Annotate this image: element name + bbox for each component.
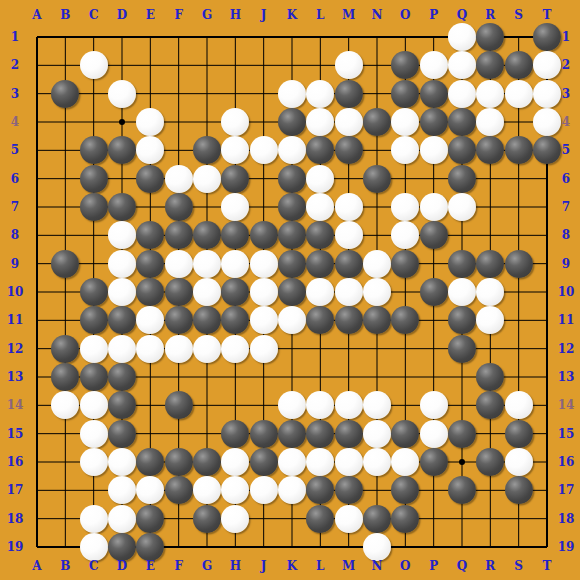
white-stone-M16 [335,448,363,476]
column-label-top-D: D [117,9,127,21]
black-stone-Q15 [448,420,476,448]
black-stone-F17 [165,476,193,504]
black-stone-E18 [136,505,164,533]
row-label-left-16: 16 [7,456,24,468]
row-label-right-17: 17 [558,484,575,496]
white-stone-J12 [250,335,278,363]
black-stone-D19 [108,533,136,561]
column-label-bottom-K: K [287,560,297,572]
white-stone-T4 [533,108,561,136]
column-label-bottom-D: D [117,560,127,572]
white-stone-S16 [505,448,533,476]
column-label-bottom-R: R [485,560,495,572]
black-stone-F7 [165,193,193,221]
black-stone-H15 [221,420,249,448]
black-stone-F10 [165,278,193,306]
white-stone-M14 [335,391,363,419]
row-label-right-13: 13 [558,371,575,383]
white-stone-M18 [335,505,363,533]
white-stone-Q3 [448,80,476,108]
black-stone-N6 [363,165,391,193]
row-label-left-19: 19 [7,541,24,553]
black-stone-L15 [306,420,334,448]
white-stone-M8 [335,221,363,249]
column-label-top-F: F [174,9,183,21]
white-stone-C15 [80,420,108,448]
row-label-left-11: 11 [7,314,24,326]
white-stone-J11 [250,306,278,334]
column-label-top-P: P [429,9,438,21]
column-label-bottom-F: F [174,560,183,572]
white-stone-C18 [80,505,108,533]
white-stone-N19 [363,533,391,561]
white-stone-P5 [420,136,448,164]
black-stone-P16 [420,448,448,476]
black-stone-M11 [335,306,363,334]
black-stone-S9 [505,250,533,278]
white-stone-R3 [476,80,504,108]
black-stone-O18 [391,505,419,533]
black-stone-F14 [165,391,193,419]
white-stone-Q1 [448,23,476,51]
row-label-right-5: 5 [562,144,570,156]
black-stone-N4 [363,108,391,136]
row-label-left-2: 2 [11,59,19,71]
row-label-left-12: 12 [7,343,24,355]
black-stone-L18 [306,505,334,533]
white-stone-P2 [420,51,448,79]
row-label-right-19: 19 [558,541,575,553]
white-stone-E12 [136,335,164,363]
black-stone-Q9 [448,250,476,278]
row-label-right-8: 8 [562,229,570,241]
row-label-right-7: 7 [562,201,570,213]
white-stone-Q10 [448,278,476,306]
black-stone-J16 [250,448,278,476]
white-stone-K3 [278,80,306,108]
row-label-left-15: 15 [7,428,24,440]
column-label-bottom-T: T [543,560,552,572]
white-stone-D9 [108,250,136,278]
white-stone-Q7 [448,193,476,221]
white-stone-C2 [80,51,108,79]
column-label-bottom-C: C [89,560,99,572]
black-stone-K15 [278,420,306,448]
white-stone-P15 [420,420,448,448]
white-stone-H12 [221,335,249,363]
black-stone-D7 [108,193,136,221]
white-stone-D10 [108,278,136,306]
white-stone-F9 [165,250,193,278]
black-stone-F8 [165,221,193,249]
black-stone-O15 [391,420,419,448]
white-stone-J17 [250,476,278,504]
row-label-left-7: 7 [11,201,19,213]
column-label-top-Q: Q [457,9,467,21]
column-label-top-O: O [400,9,410,21]
column-label-top-N: N [372,9,383,21]
black-stone-E6 [136,165,164,193]
column-label-bottom-M: M [342,560,355,572]
black-stone-G18 [193,505,221,533]
column-label-bottom-E: E [146,560,155,572]
column-label-top-T: T [543,9,552,21]
column-label-bottom-L: L [316,560,324,572]
row-label-left-1: 1 [11,31,19,43]
row-label-left-17: 17 [7,484,24,496]
go-board[interactable]: AABBCCDDEEFFGGHHJJKKLLMMNNOOPPQQRRSSTT11… [0,0,580,580]
column-label-bottom-G: G [202,560,212,572]
black-stone-R9 [476,250,504,278]
white-stone-H9 [221,250,249,278]
black-stone-J8 [250,221,278,249]
row-label-left-13: 13 [7,371,24,383]
row-label-right-14: 14 [558,399,575,411]
white-stone-L6 [306,165,334,193]
black-stone-L9 [306,250,334,278]
column-label-top-L: L [316,9,324,21]
row-label-right-6: 6 [562,173,570,185]
black-stone-C10 [80,278,108,306]
row-label-right-9: 9 [562,258,570,270]
white-stone-C16 [80,448,108,476]
star-point-Q16 [459,459,465,465]
column-label-bottom-J: J [261,560,267,572]
row-label-right-12: 12 [558,343,575,355]
white-stone-J9 [250,250,278,278]
row-label-right-1: 1 [562,31,570,43]
star-point-D4 [119,119,125,125]
black-stone-C6 [80,165,108,193]
black-stone-M17 [335,476,363,504]
row-label-left-10: 10 [7,286,24,298]
black-stone-P4 [420,108,448,136]
column-label-bottom-B: B [60,560,70,572]
white-stone-D16 [108,448,136,476]
column-label-bottom-H: H [230,560,241,572]
black-stone-O9 [391,250,419,278]
black-stone-K6 [278,165,306,193]
white-stone-F6 [165,165,193,193]
black-stone-M5 [335,136,363,164]
black-stone-S17 [505,476,533,504]
row-label-left-18: 18 [7,513,24,525]
black-stone-B9 [51,250,79,278]
black-stone-E9 [136,250,164,278]
white-stone-K16 [278,448,306,476]
black-stone-P8 [420,221,448,249]
column-label-bottom-O: O [400,560,410,572]
black-stone-C11 [80,306,108,334]
black-stone-M15 [335,420,363,448]
row-label-right-3: 3 [562,88,570,100]
black-stone-G16 [193,448,221,476]
black-stone-M9 [335,250,363,278]
black-stone-P3 [420,80,448,108]
white-stone-F12 [165,335,193,363]
row-label-left-8: 8 [11,229,19,241]
column-label-top-J: J [261,9,267,21]
row-label-left-5: 5 [11,144,19,156]
black-stone-K4 [278,108,306,136]
white-stone-G9 [193,250,221,278]
white-stone-J5 [250,136,278,164]
black-stone-B12 [51,335,79,363]
white-stone-N9 [363,250,391,278]
white-stone-M4 [335,108,363,136]
white-stone-M2 [335,51,363,79]
row-label-left-9: 9 [11,258,19,270]
row-label-left-14: 14 [7,399,24,411]
row-label-right-11: 11 [558,314,575,326]
white-stone-S14 [505,391,533,419]
black-stone-O3 [391,80,419,108]
black-stone-B3 [51,80,79,108]
column-label-bottom-A: A [32,560,41,572]
column-label-top-H: H [230,9,241,21]
white-stone-G12 [193,335,221,363]
column-label-bottom-P: P [429,560,438,572]
white-stone-P14 [420,391,448,419]
row-label-right-2: 2 [562,59,570,71]
black-stone-Q12 [448,335,476,363]
black-stone-S2 [505,51,533,79]
black-stone-J15 [250,420,278,448]
column-label-top-B: B [60,9,70,21]
black-stone-Q6 [448,165,476,193]
black-stone-T1 [533,23,561,51]
row-label-left-3: 3 [11,88,19,100]
white-stone-L3 [306,80,334,108]
row-label-right-10: 10 [558,286,575,298]
black-stone-P10 [420,278,448,306]
black-stone-F16 [165,448,193,476]
column-label-top-G: G [202,9,212,21]
row-label-right-15: 15 [558,428,575,440]
row-label-right-18: 18 [558,513,575,525]
black-stone-C13 [80,363,108,391]
column-label-top-A: A [32,9,41,21]
column-label-bottom-N: N [372,560,383,572]
row-label-left-6: 6 [11,173,19,185]
white-stone-N15 [363,420,391,448]
column-label-top-S: S [514,9,523,21]
white-stone-N16 [363,448,391,476]
white-stone-P7 [420,193,448,221]
row-label-left-4: 4 [11,116,19,128]
white-stone-C12 [80,335,108,363]
white-stone-T3 [533,80,561,108]
black-stone-M3 [335,80,363,108]
column-label-bottom-S: S [514,560,523,572]
column-label-bottom-Q: Q [457,560,467,572]
black-stone-F11 [165,306,193,334]
white-stone-S3 [505,80,533,108]
black-stone-K9 [278,250,306,278]
white-stone-D12 [108,335,136,363]
black-stone-K7 [278,193,306,221]
white-stone-G10 [193,278,221,306]
column-label-top-R: R [485,9,495,21]
white-stone-H18 [221,505,249,533]
column-label-top-C: C [89,9,99,21]
black-stone-H6 [221,165,249,193]
black-stone-D15 [108,420,136,448]
black-stone-S5 [505,136,533,164]
column-label-top-E: E [146,9,155,21]
white-stone-M7 [335,193,363,221]
row-label-right-4: 4 [562,116,570,128]
black-stone-D13 [108,363,136,391]
black-stone-S15 [505,420,533,448]
white-stone-M10 [335,278,363,306]
black-stone-C5 [80,136,108,164]
white-stone-C14 [80,391,108,419]
black-stone-C7 [80,193,108,221]
white-stone-D3 [108,80,136,108]
black-stone-K10 [278,278,306,306]
black-stone-N18 [363,505,391,533]
white-stone-N10 [363,278,391,306]
row-label-right-16: 16 [558,456,575,468]
white-stone-C19 [80,533,108,561]
white-stone-G6 [193,165,221,193]
black-stone-Q4 [448,108,476,136]
column-label-top-M: M [342,9,355,21]
white-stone-D18 [108,505,136,533]
column-label-top-K: K [287,9,297,21]
white-stone-J10 [250,278,278,306]
